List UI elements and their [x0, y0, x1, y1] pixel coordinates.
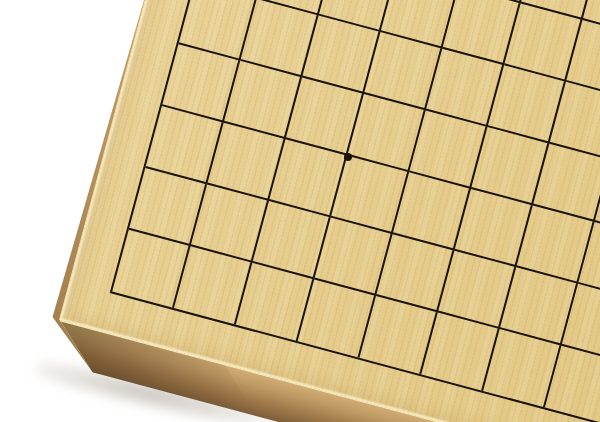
go-board [60, 0, 600, 422]
goban-photo [0, 0, 600, 422]
